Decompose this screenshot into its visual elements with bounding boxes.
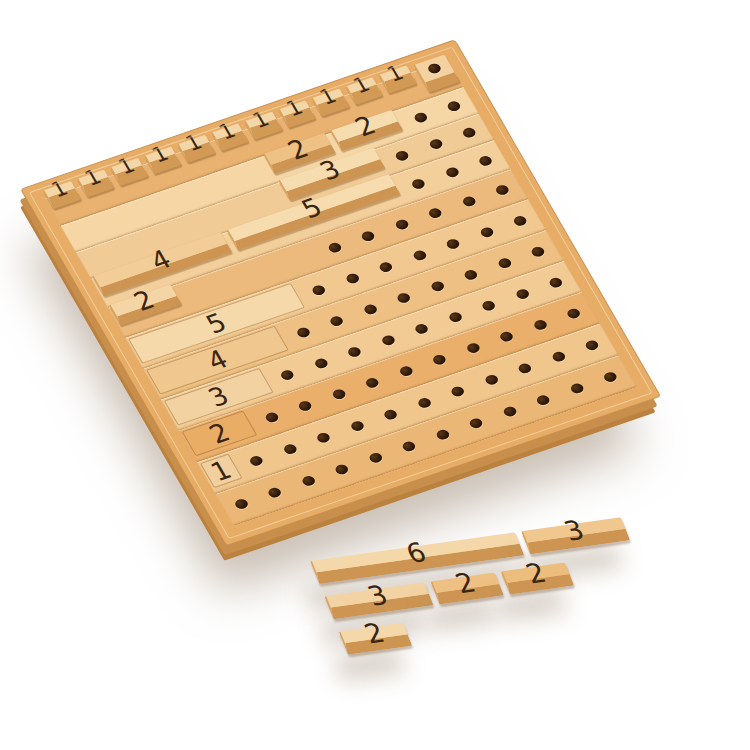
peg-hole[interactable] (264, 411, 280, 424)
peg-hole[interactable] (331, 388, 347, 401)
number-rod-1[interactable]: 1 (110, 158, 149, 186)
peg-hole[interactable] (502, 405, 518, 418)
corner-hole-tile[interactable] (413, 55, 460, 93)
peg-hole[interactable] (461, 126, 477, 139)
peg-hole[interactable] (468, 417, 484, 430)
peg-hole[interactable] (550, 350, 566, 363)
peg-hole[interactable] (378, 260, 394, 273)
peg-hole[interactable] (383, 408, 399, 421)
number-rod-1[interactable]: 1 (43, 181, 82, 209)
peg-hole[interactable] (478, 226, 494, 239)
rod-number-label: 1 (283, 97, 306, 120)
peg-hole[interactable] (461, 195, 477, 208)
peg-hole[interactable] (394, 149, 410, 162)
peg-hole[interactable] (315, 431, 331, 444)
rod-number-label: 3 (560, 516, 587, 544)
peg-hole[interactable] (496, 256, 512, 269)
peg-hole[interactable] (499, 330, 515, 343)
peg-hole[interactable] (327, 241, 343, 254)
number-rod-1[interactable]: 1 (378, 66, 417, 94)
peg-hole[interactable] (401, 440, 417, 453)
peg-hole[interactable] (483, 374, 499, 387)
peg-hole[interactable] (279, 368, 295, 381)
peg-hole[interactable] (429, 280, 445, 293)
peg-hole[interactable] (514, 287, 530, 300)
scene: 1111111111122345254321 633222 (0, 0, 750, 750)
peg-hole[interactable] (447, 310, 463, 323)
rod-number-label: 1 (182, 131, 205, 154)
number-rod-1[interactable]: 1 (244, 112, 283, 140)
peg-hole[interactable] (410, 177, 426, 190)
peg-hole[interactable] (532, 319, 548, 332)
peg-hole[interactable] (395, 291, 411, 304)
peg-hole[interactable] (426, 62, 442, 75)
peg-hole[interactable] (344, 272, 360, 285)
number-rod-1[interactable]: 1 (311, 89, 350, 117)
peg-hole[interactable] (463, 268, 479, 281)
peg-hole[interactable] (297, 400, 313, 413)
rod-number-label: 1 (81, 166, 104, 189)
peg-hole[interactable] (364, 376, 380, 389)
number-rod-1[interactable]: 1 (345, 77, 384, 105)
peg-hole[interactable] (450, 385, 466, 398)
peg-hole[interactable] (346, 345, 362, 358)
peg-hole[interactable] (431, 353, 447, 366)
board-hole-grid: 1111111111122345254321 (45, 60, 637, 526)
peg-hole[interactable] (282, 443, 298, 456)
peg-hole[interactable] (444, 166, 460, 179)
rod-number-label: 6 (402, 538, 429, 566)
rod-number-label: 1 (249, 108, 272, 131)
peg-hole[interactable] (313, 357, 329, 370)
rod-number-label: 5 (202, 309, 231, 337)
peg-hole[interactable] (334, 463, 350, 476)
peg-hole[interactable] (446, 100, 462, 113)
number-rod-1[interactable]: 1 (200, 454, 242, 488)
rod-number-label: 1 (216, 120, 239, 143)
loose-rods-tray: 633222 (310, 516, 676, 667)
peg-hole[interactable] (413, 322, 429, 335)
peg-hole[interactable] (548, 276, 564, 289)
peg-hole[interactable] (398, 365, 414, 378)
number-rod-1[interactable]: 1 (177, 135, 216, 163)
number-rod-1[interactable]: 1 (143, 146, 182, 174)
peg-hole[interactable] (535, 394, 551, 407)
peg-hole[interactable] (427, 207, 443, 220)
peg-hole[interactable] (311, 283, 327, 296)
rod-number-label: 2 (205, 419, 234, 447)
peg-hole[interactable] (248, 454, 264, 467)
peg-hole[interactable] (300, 475, 316, 488)
peg-hole[interactable] (477, 154, 493, 167)
peg-hole[interactable] (267, 486, 283, 499)
number-rod-1[interactable]: 1 (210, 123, 249, 151)
peg-hole[interactable] (233, 498, 249, 511)
peg-hole[interactable] (411, 249, 427, 262)
peg-hole[interactable] (416, 397, 432, 410)
number-rod-1[interactable]: 1 (278, 100, 317, 128)
peg-hole[interactable] (394, 218, 410, 231)
peg-hole[interactable] (530, 245, 546, 258)
peg-hole[interactable] (569, 382, 585, 395)
rod-number-label: 3 (204, 383, 233, 411)
peg-hole[interactable] (434, 428, 450, 441)
peg-hole[interactable] (328, 314, 344, 327)
peg-hole[interactable] (494, 184, 510, 197)
peg-hole[interactable] (360, 230, 376, 243)
peg-hole[interactable] (465, 342, 481, 355)
peg-hole[interactable] (602, 371, 618, 384)
number-rod-1[interactable]: 1 (76, 170, 115, 198)
peg-hole[interactable] (517, 362, 533, 375)
peg-hole[interactable] (412, 111, 428, 124)
rod-number-label: 1 (383, 62, 406, 85)
rod-number-label: 1 (149, 143, 172, 166)
peg-hole[interactable] (380, 334, 396, 347)
game-board: 1111111111122345254321 (20, 39, 661, 546)
peg-hole[interactable] (445, 237, 461, 250)
rod-number-label: 1 (115, 155, 138, 178)
peg-hole[interactable] (566, 307, 582, 320)
peg-hole[interactable] (480, 299, 496, 312)
peg-hole[interactable] (349, 420, 365, 433)
peg-hole[interactable] (362, 303, 378, 316)
peg-hole[interactable] (512, 214, 528, 227)
rod-number-label: 1 (48, 178, 71, 201)
peg-hole[interactable] (428, 138, 444, 151)
peg-hole[interactable] (295, 326, 311, 339)
rod-number-label: 1 (350, 74, 373, 97)
rod-number-label: 4 (203, 346, 232, 374)
loose-number-rod-3[interactable]: 3 (521, 517, 630, 554)
rod-number-label: 1 (207, 457, 236, 485)
rod-number-label: 1 (316, 85, 339, 108)
peg-hole[interactable] (367, 452, 383, 465)
peg-hole[interactable] (584, 339, 600, 352)
